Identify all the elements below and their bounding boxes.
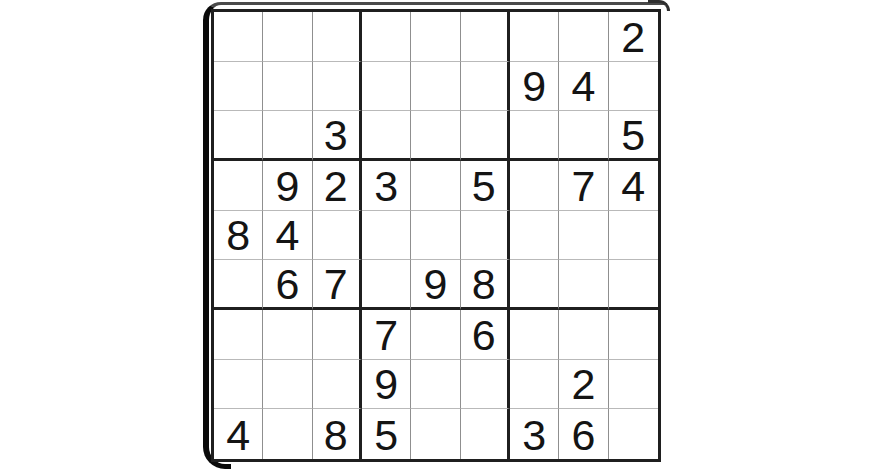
cell-r8c1[interactable] <box>214 360 263 410</box>
cell-r9c9[interactable] <box>609 409 658 459</box>
cell-r9c3[interactable]: 8 <box>313 409 362 459</box>
cell-r2c3[interactable] <box>313 62 362 112</box>
cell-r1c5[interactable] <box>411 12 460 62</box>
cell-r5c6[interactable] <box>461 211 510 261</box>
cell-r3c4[interactable] <box>362 111 411 161</box>
cell-r4c7[interactable] <box>510 161 559 211</box>
cell-r1c2[interactable] <box>263 12 312 62</box>
cell-r5c4[interactable] <box>362 211 411 261</box>
cell-r2c2[interactable] <box>263 62 312 112</box>
cell-r3c7[interactable] <box>510 111 559 161</box>
cell-r3c5[interactable] <box>411 111 460 161</box>
cell-r1c8[interactable] <box>559 12 608 62</box>
cell-r5c7[interactable] <box>510 211 559 261</box>
cell-r6c7[interactable] <box>510 260 559 310</box>
cell-r4c9[interactable]: 4 <box>609 161 658 211</box>
cell-r5c9[interactable] <box>609 211 658 261</box>
cell-r6c3[interactable]: 7 <box>313 260 362 310</box>
cell-r7c1[interactable] <box>214 310 263 360</box>
cell-r6c5[interactable]: 9 <box>411 260 460 310</box>
cell-r9c6[interactable] <box>461 409 510 459</box>
cell-r9c8[interactable]: 6 <box>559 409 608 459</box>
cell-r2c5[interactable] <box>411 62 460 112</box>
cell-r2c7[interactable]: 9 <box>510 62 559 112</box>
cell-r1c6[interactable] <box>461 12 510 62</box>
cell-r3c2[interactable] <box>263 111 312 161</box>
cell-r8c7[interactable] <box>510 360 559 410</box>
cell-r6c1[interactable] <box>214 260 263 310</box>
cell-r4c4[interactable]: 3 <box>362 161 411 211</box>
cell-r5c2[interactable]: 4 <box>263 211 312 261</box>
cell-r3c1[interactable] <box>214 111 263 161</box>
cell-r2c8[interactable]: 4 <box>559 62 608 112</box>
cell-r1c7[interactable] <box>510 12 559 62</box>
cell-r7c2[interactable] <box>263 310 312 360</box>
cell-r4c8[interactable]: 7 <box>559 161 608 211</box>
cell-r4c2[interactable]: 9 <box>263 161 312 211</box>
cell-r5c8[interactable] <box>559 211 608 261</box>
cell-r8c9[interactable] <box>609 360 658 410</box>
cell-r2c9[interactable] <box>609 62 658 112</box>
cell-r9c7[interactable]: 3 <box>510 409 559 459</box>
cell-r5c5[interactable] <box>411 211 460 261</box>
cell-r4c3[interactable]: 2 <box>313 161 362 211</box>
cell-r3c6[interactable] <box>461 111 510 161</box>
cell-r7c6[interactable]: 6 <box>461 310 510 360</box>
cell-r3c9[interactable]: 5 <box>609 111 658 161</box>
cell-r2c4[interactable] <box>362 62 411 112</box>
cell-r7c4[interactable]: 7 <box>362 310 411 360</box>
cell-r8c3[interactable] <box>313 360 362 410</box>
cell-r5c3[interactable] <box>313 211 362 261</box>
cell-r6c9[interactable] <box>609 260 658 310</box>
cell-r7c5[interactable] <box>411 310 460 360</box>
cell-r7c7[interactable] <box>510 310 559 360</box>
cell-r5c1[interactable]: 8 <box>214 211 263 261</box>
cell-r7c9[interactable] <box>609 310 658 360</box>
cell-r6c4[interactable] <box>362 260 411 310</box>
cell-r9c4[interactable]: 5 <box>362 409 411 459</box>
cell-r6c2[interactable]: 6 <box>263 260 312 310</box>
cell-r6c6[interactable]: 8 <box>461 260 510 310</box>
cell-r1c3[interactable] <box>313 12 362 62</box>
page-background: 29435923574846798769248536 <box>0 0 872 473</box>
cell-r3c8[interactable] <box>559 111 608 161</box>
cell-r9c1[interactable]: 4 <box>214 409 263 459</box>
cell-r6c8[interactable] <box>559 260 608 310</box>
cell-r9c2[interactable] <box>263 409 312 459</box>
cell-r8c5[interactable] <box>411 360 460 410</box>
cell-r8c8[interactable]: 2 <box>559 360 608 410</box>
cell-r8c4[interactable]: 9 <box>362 360 411 410</box>
cell-r3c3[interactable]: 3 <box>313 111 362 161</box>
cell-r2c1[interactable] <box>214 62 263 112</box>
cell-r8c2[interactable] <box>263 360 312 410</box>
cell-r1c9[interactable]: 2 <box>609 12 658 62</box>
cell-r1c1[interactable] <box>214 12 263 62</box>
cell-r9c5[interactable] <box>411 409 460 459</box>
cell-r2c6[interactable] <box>461 62 510 112</box>
cell-r7c8[interactable] <box>559 310 608 360</box>
cell-r7c3[interactable] <box>313 310 362 360</box>
cell-r8c6[interactable] <box>461 360 510 410</box>
sudoku-board: 29435923574846798769248536 <box>211 9 661 462</box>
cell-r4c1[interactable] <box>214 161 263 211</box>
cell-r4c5[interactable] <box>411 161 460 211</box>
cell-r1c4[interactable] <box>362 12 411 62</box>
cell-r4c6[interactable]: 5 <box>461 161 510 211</box>
